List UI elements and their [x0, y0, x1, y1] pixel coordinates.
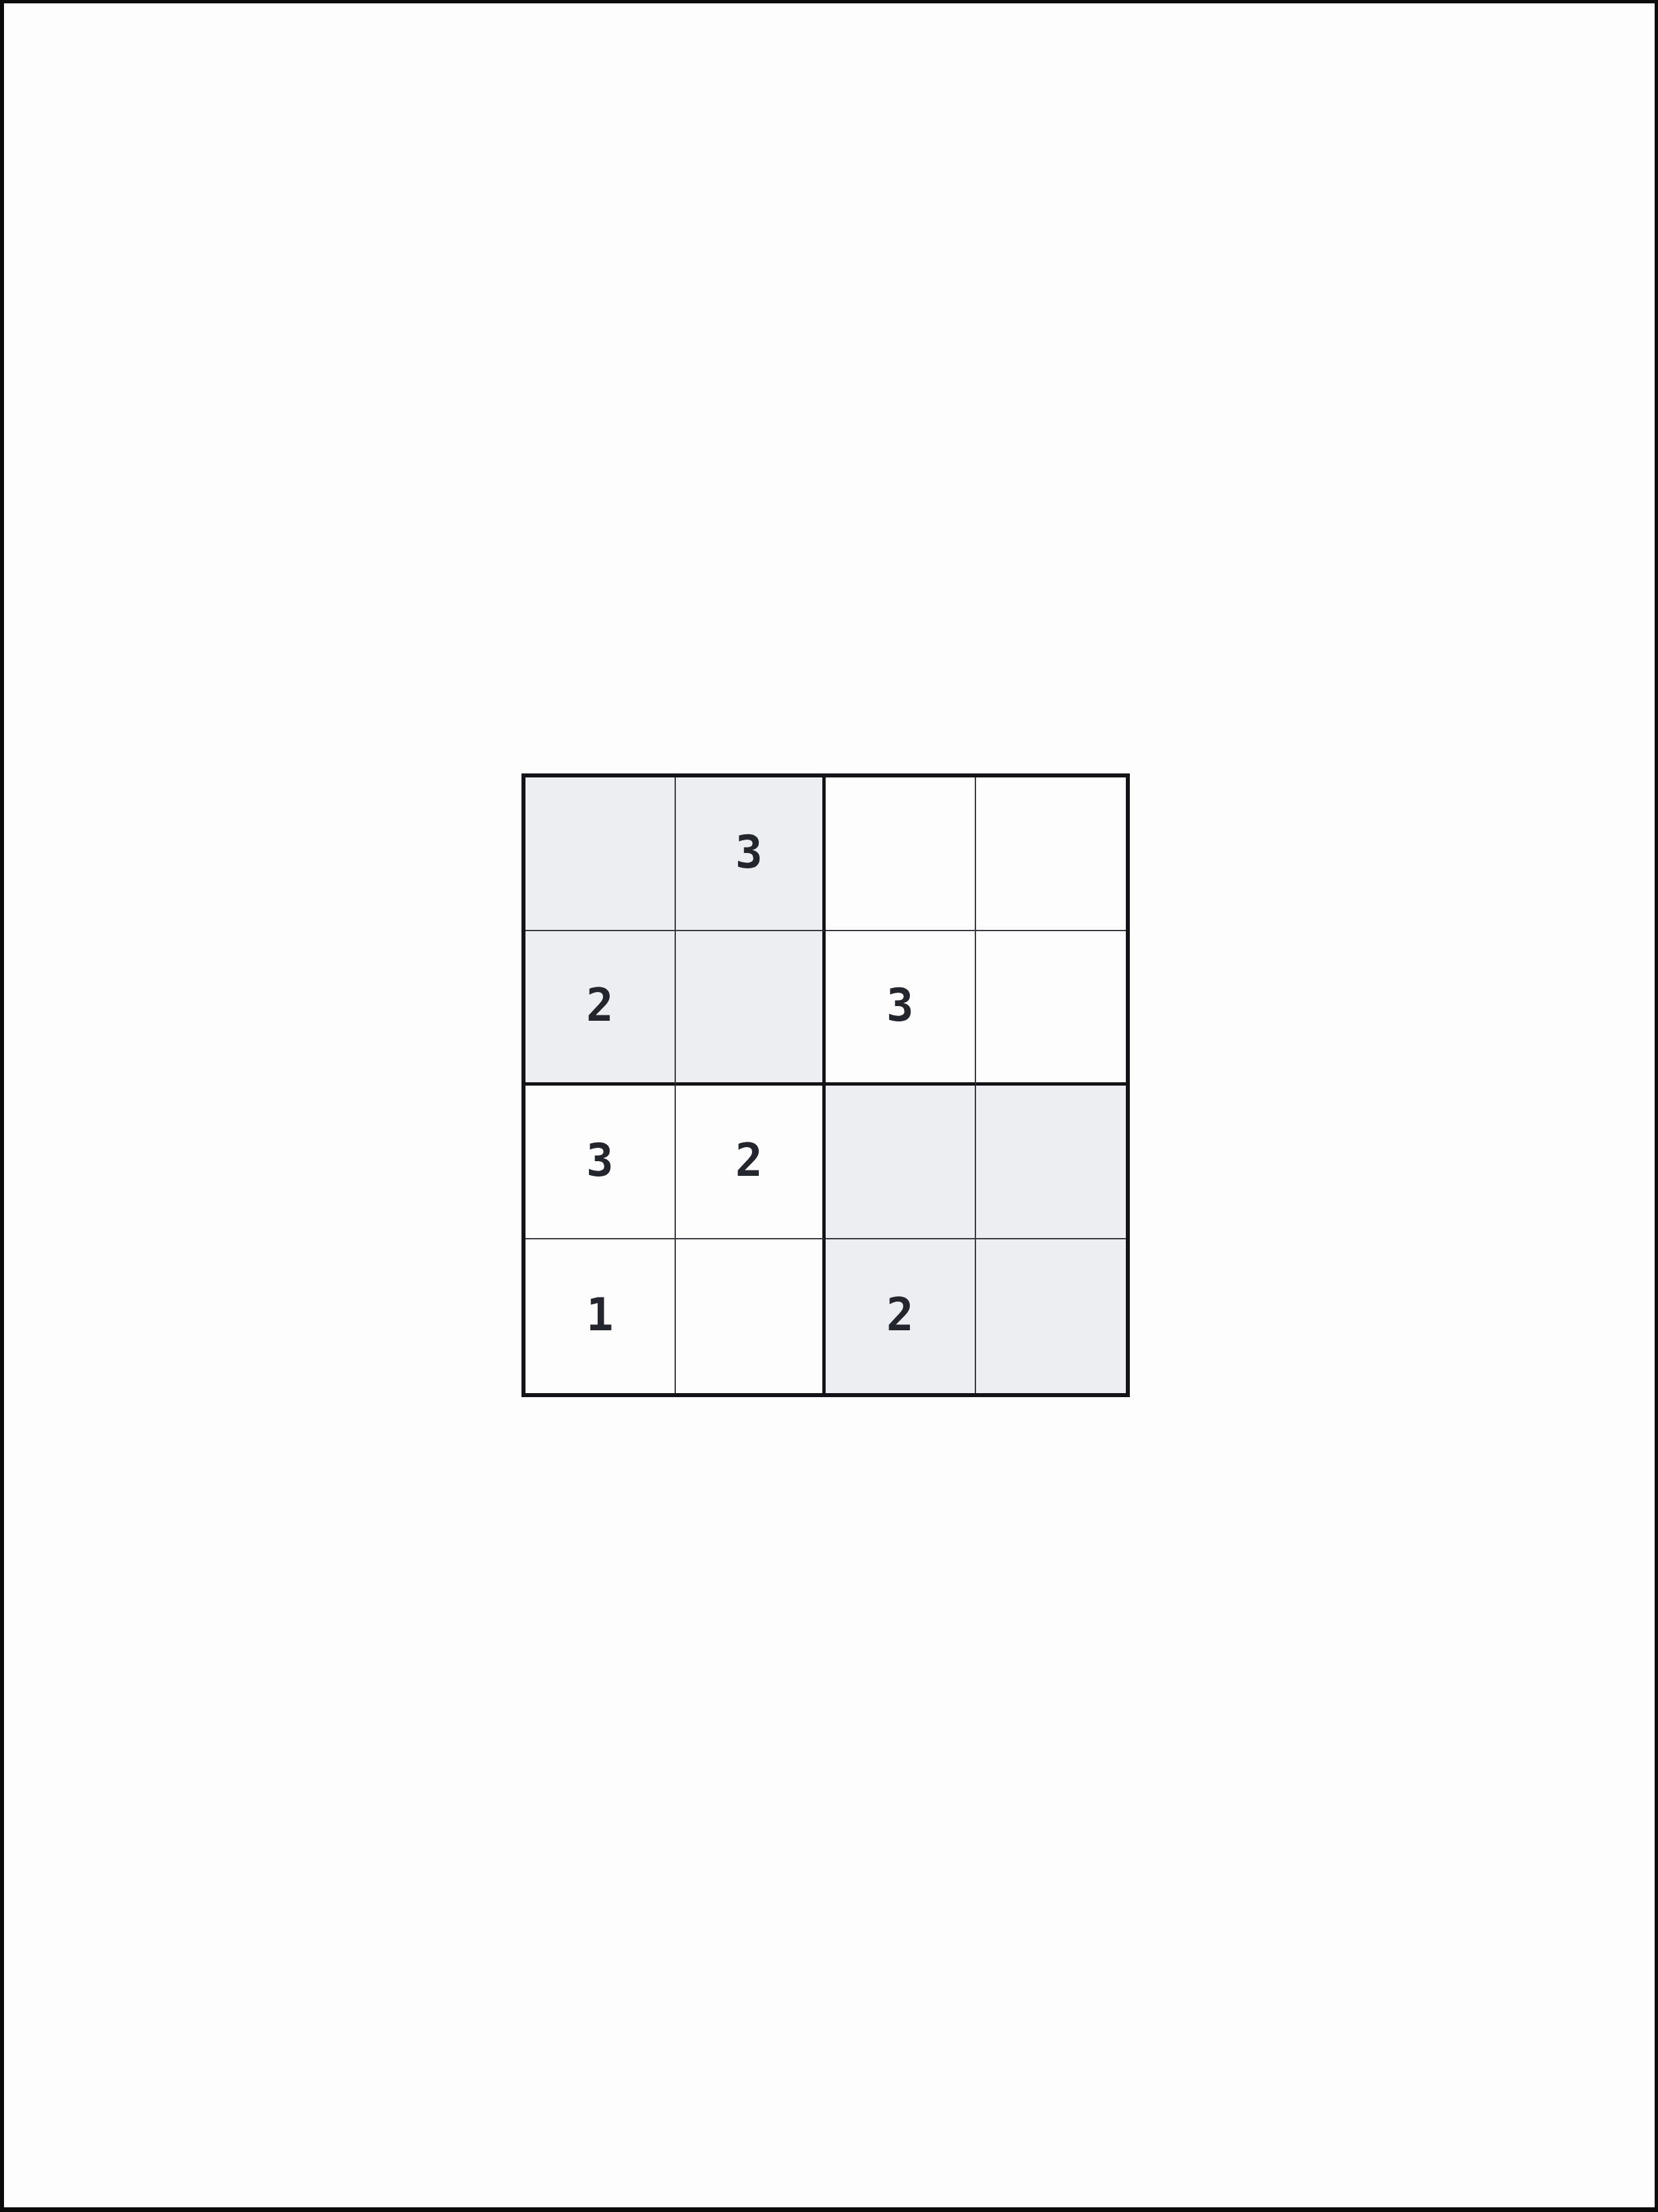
given-digit: 3 [586, 1138, 614, 1183]
cell-r1c3 [826, 777, 976, 931]
given-digit: 2 [735, 1138, 763, 1183]
cell-r4c1: 1 [525, 1239, 676, 1393]
sudoku-grid: 3233212 [521, 773, 1130, 1397]
cell-r2c2 [676, 931, 826, 1085]
cell-r4c2 [676, 1239, 826, 1393]
cell-r4c3: 2 [826, 1239, 976, 1393]
cell-r1c2: 3 [676, 777, 826, 931]
cell-r2c1: 2 [525, 931, 676, 1085]
cell-r1c1 [525, 777, 676, 931]
cell-r3c2: 2 [676, 1086, 826, 1239]
given-digit: 3 [886, 983, 914, 1028]
cell-r4c4 [976, 1239, 1127, 1393]
cell-r3c1: 3 [525, 1086, 676, 1239]
cell-r2c4 [976, 931, 1127, 1085]
given-digit: 2 [586, 983, 614, 1028]
cell-r3c4 [976, 1086, 1127, 1239]
given-digit: 3 [735, 830, 763, 875]
cell-r2c3: 3 [826, 931, 976, 1085]
cell-r1c4 [976, 777, 1127, 931]
cell-r3c3 [826, 1086, 976, 1239]
given-digit: 1 [586, 1292, 614, 1338]
given-digit: 2 [886, 1292, 914, 1338]
printable-sudoku-page: 3233212 [0, 0, 1658, 2212]
